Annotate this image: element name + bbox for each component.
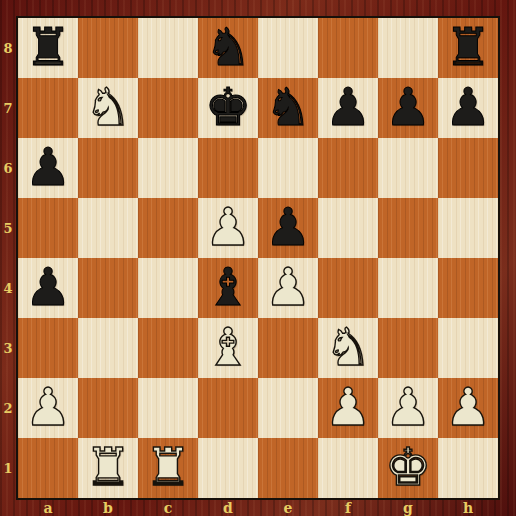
square-b7[interactable]: ♞	[78, 78, 138, 138]
rank-label-1: 1	[0, 438, 16, 498]
square-f7[interactable]: ♟	[318, 78, 378, 138]
square-b3[interactable]	[78, 318, 138, 378]
square-c3[interactable]	[138, 318, 198, 378]
piece-black-knight[interactable]: ♞	[205, 21, 252, 73]
square-d1[interactable]	[198, 438, 258, 498]
square-f4[interactable]	[318, 258, 378, 318]
square-b4[interactable]	[78, 258, 138, 318]
chess-board: ♜♞♜♞♚♞♟♟♟♟♟♟♟♝♟♝♞♟♟♟♟♜♜♚	[16, 16, 500, 500]
square-f8[interactable]	[318, 18, 378, 78]
square-d8[interactable]: ♞	[198, 18, 258, 78]
square-h7[interactable]: ♟	[438, 78, 498, 138]
piece-white-pawn[interactable]: ♟	[385, 381, 432, 433]
square-c6[interactable]	[138, 138, 198, 198]
square-d4[interactable]: ♝	[198, 258, 258, 318]
square-h4[interactable]	[438, 258, 498, 318]
square-f1[interactable]	[318, 438, 378, 498]
square-e8[interactable]	[258, 18, 318, 78]
square-a3[interactable]	[18, 318, 78, 378]
square-e2[interactable]	[258, 378, 318, 438]
square-a2[interactable]: ♟	[18, 378, 78, 438]
square-g8[interactable]	[378, 18, 438, 78]
square-g7[interactable]: ♟	[378, 78, 438, 138]
square-e1[interactable]	[258, 438, 318, 498]
piece-black-pawn[interactable]: ♟	[385, 81, 432, 133]
square-a5[interactable]	[18, 198, 78, 258]
piece-white-pawn[interactable]: ♟	[325, 381, 372, 433]
piece-black-pawn[interactable]: ♟	[325, 81, 372, 133]
rank-label-6: 6	[0, 138, 16, 198]
square-b5[interactable]	[78, 198, 138, 258]
square-g5[interactable]	[378, 198, 438, 258]
file-label-b: b	[78, 500, 138, 516]
file-label-g: g	[378, 500, 438, 516]
rank-labels: 8 7 6 5 4 3 2 1	[0, 18, 16, 498]
square-f3[interactable]: ♞	[318, 318, 378, 378]
square-c7[interactable]	[138, 78, 198, 138]
square-g4[interactable]	[378, 258, 438, 318]
piece-black-pawn[interactable]: ♟	[25, 141, 72, 193]
square-f6[interactable]	[318, 138, 378, 198]
rank-label-2: 2	[0, 378, 16, 438]
square-g2[interactable]: ♟	[378, 378, 438, 438]
chess-board-frame: ♜♞♜♞♚♞♟♟♟♟♟♟♟♝♟♝♞♟♟♟♟♜♜♚ 8 7 6 5 4 3 2 1…	[0, 0, 516, 516]
square-e4[interactable]: ♟	[258, 258, 318, 318]
piece-white-rook[interactable]: ♜	[85, 441, 132, 493]
file-labels: a b c d e f g h	[18, 500, 498, 516]
piece-black-knight[interactable]: ♞	[265, 81, 312, 133]
file-label-d: d	[198, 500, 258, 516]
rank-label-3: 3	[0, 318, 16, 378]
square-h2[interactable]: ♟	[438, 378, 498, 438]
square-c5[interactable]	[138, 198, 198, 258]
square-c1[interactable]: ♜	[138, 438, 198, 498]
square-b8[interactable]	[78, 18, 138, 78]
piece-black-pawn[interactable]: ♟	[25, 261, 72, 313]
piece-white-knight[interactable]: ♞	[85, 81, 132, 133]
square-d5[interactable]: ♟	[198, 198, 258, 258]
square-b2[interactable]	[78, 378, 138, 438]
square-c4[interactable]	[138, 258, 198, 318]
square-d6[interactable]	[198, 138, 258, 198]
piece-black-king[interactable]: ♚	[205, 81, 252, 133]
square-c8[interactable]	[138, 18, 198, 78]
rank-label-8: 8	[0, 18, 16, 78]
square-b1[interactable]: ♜	[78, 438, 138, 498]
square-g3[interactable]	[378, 318, 438, 378]
square-e5[interactable]: ♟	[258, 198, 318, 258]
piece-black-pawn[interactable]: ♟	[445, 81, 492, 133]
square-f2[interactable]: ♟	[318, 378, 378, 438]
square-a7[interactable]	[18, 78, 78, 138]
piece-black-pawn[interactable]: ♟	[265, 201, 312, 253]
piece-white-knight[interactable]: ♞	[325, 321, 372, 373]
piece-black-rook[interactable]: ♜	[25, 21, 72, 73]
square-g6[interactable]	[378, 138, 438, 198]
rank-label-5: 5	[0, 198, 16, 258]
square-d7[interactable]: ♚	[198, 78, 258, 138]
square-a1[interactable]	[18, 438, 78, 498]
square-e7[interactable]: ♞	[258, 78, 318, 138]
piece-white-pawn[interactable]: ♟	[445, 381, 492, 433]
file-label-h: h	[438, 500, 498, 516]
square-h5[interactable]	[438, 198, 498, 258]
square-h8[interactable]: ♜	[438, 18, 498, 78]
piece-black-bishop[interactable]: ♝	[205, 261, 252, 313]
file-label-f: f	[318, 500, 378, 516]
square-b6[interactable]	[78, 138, 138, 198]
square-f5[interactable]	[318, 198, 378, 258]
piece-white-bishop[interactable]: ♝	[205, 321, 252, 373]
square-g1[interactable]: ♚	[378, 438, 438, 498]
piece-white-pawn[interactable]: ♟	[25, 381, 72, 433]
square-a6[interactable]: ♟	[18, 138, 78, 198]
square-c2[interactable]	[138, 378, 198, 438]
piece-white-king[interactable]: ♚	[385, 441, 432, 493]
square-a8[interactable]: ♜	[18, 18, 78, 78]
piece-white-pawn[interactable]: ♟	[265, 261, 312, 313]
square-h3[interactable]	[438, 318, 498, 378]
square-d3[interactable]: ♝	[198, 318, 258, 378]
square-a4[interactable]: ♟	[18, 258, 78, 318]
file-label-c: c	[138, 500, 198, 516]
piece-white-rook[interactable]: ♜	[145, 441, 192, 493]
rank-label-4: 4	[0, 258, 16, 318]
square-e3[interactable]	[258, 318, 318, 378]
piece-black-rook[interactable]: ♜	[445, 21, 492, 73]
square-h1[interactable]	[438, 438, 498, 498]
square-e6[interactable]	[258, 138, 318, 198]
square-d2[interactable]	[198, 378, 258, 438]
file-label-e: e	[258, 500, 318, 516]
piece-white-pawn[interactable]: ♟	[205, 201, 252, 253]
square-h6[interactable]	[438, 138, 498, 198]
file-label-a: a	[18, 500, 78, 516]
rank-label-7: 7	[0, 78, 16, 138]
